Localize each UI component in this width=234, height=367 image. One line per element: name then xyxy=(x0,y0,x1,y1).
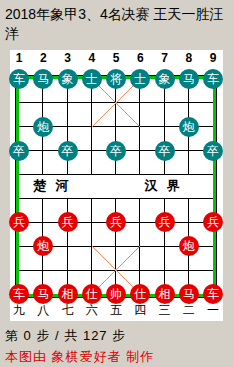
column-number: 2 xyxy=(31,51,55,65)
page-title: 2018年象甲3、4名决赛 王天一胜汪洋 xyxy=(5,5,231,43)
credit-line: 本图由 象棋爱好者 制作 xyxy=(5,348,154,366)
piece-black-soldier[interactable]: 卒 xyxy=(203,141,223,161)
file-number: 六 xyxy=(80,302,104,319)
piece-black-chariot[interactable]: 车 xyxy=(203,69,223,89)
piece-black-soldier[interactable]: 卒 xyxy=(58,141,78,161)
piece-red-soldier[interactable]: 兵 xyxy=(58,212,78,232)
file-number: 二 xyxy=(177,302,201,319)
column-number: 4 xyxy=(80,51,104,65)
piece-black-chariot[interactable]: 车 xyxy=(9,69,29,89)
file-number: 四 xyxy=(128,302,152,319)
piece-red-cannon[interactable]: 炮 xyxy=(179,236,199,256)
column-numbers-top: 123456789 xyxy=(7,51,225,65)
piece-red-advisor[interactable]: 仕 xyxy=(130,284,150,304)
piece-red-cannon[interactable]: 炮 xyxy=(33,236,53,256)
piece-red-elephant[interactable]: 相 xyxy=(58,284,78,304)
piece-red-chariot[interactable]: 车 xyxy=(9,284,29,304)
column-number: 7 xyxy=(152,51,176,65)
file-number: 九 xyxy=(7,302,31,319)
piece-black-cannon[interactable]: 炮 xyxy=(33,117,53,137)
file-number: 三 xyxy=(152,302,176,319)
piece-red-advisor[interactable]: 仕 xyxy=(82,284,102,304)
move-counter: 第 0 步 / 共 127 步 xyxy=(5,327,126,345)
piece-red-horse[interactable]: 马 xyxy=(179,284,199,304)
piece-black-general[interactable]: 将 xyxy=(106,69,126,89)
xiangqi-diagram-page: 2018年象甲3、4名决赛 王天一胜汪洋 123456789 楚 河 汉 界 车… xyxy=(0,0,234,367)
board-panel: 123456789 楚 河 汉 界 车马象士将士象马车炮炮卒卒卒卒卒兵兵兵兵兵炮… xyxy=(10,50,223,321)
piece-black-horse[interactable]: 马 xyxy=(179,69,199,89)
file-number: 五 xyxy=(104,302,128,319)
piece-red-chariot[interactable]: 车 xyxy=(203,284,223,304)
piece-red-soldier[interactable]: 兵 xyxy=(203,212,223,232)
piece-black-cannon[interactable]: 炮 xyxy=(179,117,199,137)
column-number: 8 xyxy=(177,51,201,65)
piece-black-soldier[interactable]: 卒 xyxy=(9,141,29,161)
file-number: 八 xyxy=(31,302,55,319)
piece-black-advisor[interactable]: 士 xyxy=(82,69,102,89)
file-number: 七 xyxy=(55,302,79,319)
piece-red-horse[interactable]: 马 xyxy=(33,284,53,304)
piece-red-general[interactable]: 帅 xyxy=(106,284,126,304)
column-number: 1 xyxy=(7,51,31,65)
piece-red-soldier[interactable]: 兵 xyxy=(9,212,29,232)
piece-black-soldier[interactable]: 卒 xyxy=(106,141,126,161)
pieces-layer: 车马象士将士象马车炮炮卒卒卒卒卒兵兵兵兵兵炮炮车马相仕帅仕相马车 xyxy=(7,67,225,306)
column-number: 5 xyxy=(104,51,128,65)
piece-black-horse[interactable]: 马 xyxy=(33,69,53,89)
column-number: 6 xyxy=(128,51,152,65)
file-number: 一 xyxy=(201,302,225,319)
piece-black-elephant[interactable]: 象 xyxy=(155,69,175,89)
column-number: 9 xyxy=(201,51,225,65)
piece-red-soldier[interactable]: 兵 xyxy=(155,212,175,232)
piece-black-soldier[interactable]: 卒 xyxy=(155,141,175,161)
piece-black-elephant[interactable]: 象 xyxy=(58,69,78,89)
column-number: 3 xyxy=(55,51,79,65)
piece-red-elephant[interactable]: 相 xyxy=(155,284,175,304)
piece-black-advisor[interactable]: 士 xyxy=(130,69,150,89)
file-numbers-bottom: 九八七六五四三二一 xyxy=(7,302,225,319)
piece-red-soldier[interactable]: 兵 xyxy=(106,212,126,232)
